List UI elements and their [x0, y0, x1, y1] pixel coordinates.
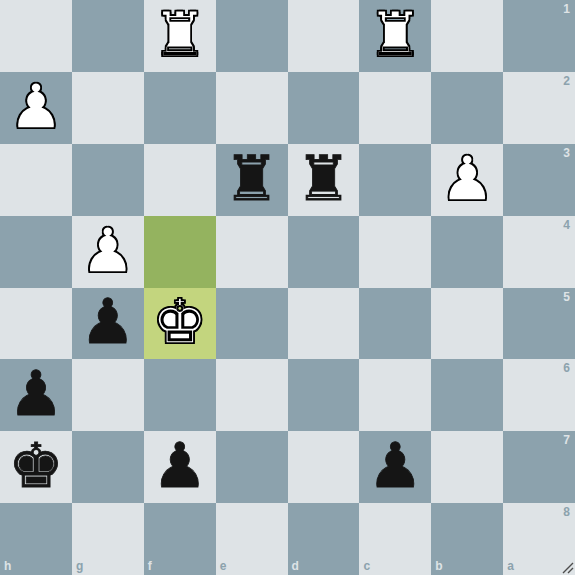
file-label-d: d — [292, 559, 299, 573]
square-d5[interactable] — [288, 288, 360, 360]
square-a5[interactable]: 5 — [503, 288, 575, 360]
black-pawn-h6[interactable]: ♟ — [8, 363, 64, 425]
file-label-g: g — [76, 559, 83, 573]
square-c5[interactable] — [359, 288, 431, 360]
square-c4[interactable] — [359, 216, 431, 288]
square-c3[interactable] — [359, 144, 431, 216]
square-b1[interactable] — [431, 0, 503, 72]
black-pawn-c7[interactable]: ♟ — [368, 435, 424, 497]
square-f1[interactable]: ♜ — [144, 0, 216, 72]
square-h2[interactable]: ♟ — [0, 72, 72, 144]
square-b6[interactable] — [431, 359, 503, 431]
square-f3[interactable] — [144, 144, 216, 216]
rank-label-7: 7 — [563, 433, 570, 447]
square-b4[interactable] — [431, 216, 503, 288]
square-e8[interactable]: e — [216, 503, 288, 575]
rank-label-5: 5 — [563, 290, 570, 304]
square-g6[interactable] — [72, 359, 144, 431]
square-a4[interactable]: 4 — [503, 216, 575, 288]
square-e1[interactable] — [216, 0, 288, 72]
white-rook-c1[interactable]: ♜ — [368, 4, 424, 66]
chess-board[interactable]: ♜♜1♟2♜♜♟3♟4♟♚5♟6♚♟♟7hgfedcba8 — [0, 0, 575, 575]
resize-handle-icon[interactable] — [560, 560, 574, 574]
square-d4[interactable] — [288, 216, 360, 288]
square-f4[interactable] — [144, 216, 216, 288]
square-h6[interactable]: ♟ — [0, 359, 72, 431]
black-pawn-g5[interactable]: ♟ — [80, 291, 136, 353]
file-label-a: a — [507, 559, 514, 573]
square-h7[interactable]: ♚ — [0, 431, 72, 503]
file-label-b: b — [435, 559, 442, 573]
file-label-f: f — [148, 559, 152, 573]
square-b8[interactable]: b — [431, 503, 503, 575]
square-a2[interactable]: 2 — [503, 72, 575, 144]
square-f6[interactable] — [144, 359, 216, 431]
square-f5[interactable]: ♚ — [144, 288, 216, 360]
square-c7[interactable]: ♟ — [359, 431, 431, 503]
square-g3[interactable] — [72, 144, 144, 216]
rank-label-6: 6 — [563, 361, 570, 375]
file-label-h: h — [4, 559, 11, 573]
file-label-c: c — [363, 559, 370, 573]
black-rook-d3[interactable]: ♜ — [296, 148, 352, 210]
square-d8[interactable]: d — [288, 503, 360, 575]
square-a3[interactable]: 3 — [503, 144, 575, 216]
square-d1[interactable] — [288, 0, 360, 72]
rank-label-2: 2 — [563, 74, 570, 88]
square-h1[interactable] — [0, 0, 72, 72]
square-f8[interactable]: f — [144, 503, 216, 575]
white-king-f5[interactable]: ♚ — [152, 291, 208, 353]
square-d6[interactable] — [288, 359, 360, 431]
square-e4[interactable] — [216, 216, 288, 288]
square-h3[interactable] — [0, 144, 72, 216]
white-pawn-g4[interactable]: ♟ — [80, 220, 136, 282]
square-a1[interactable]: 1 — [503, 0, 575, 72]
square-d2[interactable] — [288, 72, 360, 144]
square-b5[interactable] — [431, 288, 503, 360]
rank-label-4: 4 — [563, 218, 570, 232]
rank-label-8: 8 — [563, 505, 570, 519]
square-g4[interactable]: ♟ — [72, 216, 144, 288]
square-h8[interactable]: h — [0, 503, 72, 575]
square-f2[interactable] — [144, 72, 216, 144]
square-g2[interactable] — [72, 72, 144, 144]
square-e5[interactable] — [216, 288, 288, 360]
square-b3[interactable]: ♟ — [431, 144, 503, 216]
rank-label-1: 1 — [563, 2, 570, 16]
black-king-h7[interactable]: ♚ — [8, 435, 64, 497]
square-e6[interactable] — [216, 359, 288, 431]
white-pawn-h2[interactable]: ♟ — [8, 76, 64, 138]
square-b2[interactable] — [431, 72, 503, 144]
black-pawn-f7[interactable]: ♟ — [152, 435, 208, 497]
square-d3[interactable]: ♜ — [288, 144, 360, 216]
square-c6[interactable] — [359, 359, 431, 431]
square-a6[interactable]: 6 — [503, 359, 575, 431]
square-e3[interactable]: ♜ — [216, 144, 288, 216]
square-e7[interactable] — [216, 431, 288, 503]
square-e2[interactable] — [216, 72, 288, 144]
square-c1[interactable]: ♜ — [359, 0, 431, 72]
white-rook-f1[interactable]: ♜ — [152, 4, 208, 66]
square-g8[interactable]: g — [72, 503, 144, 575]
white-pawn-b3[interactable]: ♟ — [439, 148, 495, 210]
square-c8[interactable]: c — [359, 503, 431, 575]
file-label-e: e — [220, 559, 227, 573]
square-g7[interactable] — [72, 431, 144, 503]
square-g1[interactable] — [72, 0, 144, 72]
square-g5[interactable]: ♟ — [72, 288, 144, 360]
square-c2[interactable] — [359, 72, 431, 144]
square-d7[interactable] — [288, 431, 360, 503]
square-f7[interactable]: ♟ — [144, 431, 216, 503]
square-h5[interactable] — [0, 288, 72, 360]
square-h4[interactable] — [0, 216, 72, 288]
rank-label-3: 3 — [563, 146, 570, 160]
square-b7[interactable] — [431, 431, 503, 503]
black-rook-e3[interactable]: ♜ — [224, 148, 280, 210]
square-a7[interactable]: 7 — [503, 431, 575, 503]
